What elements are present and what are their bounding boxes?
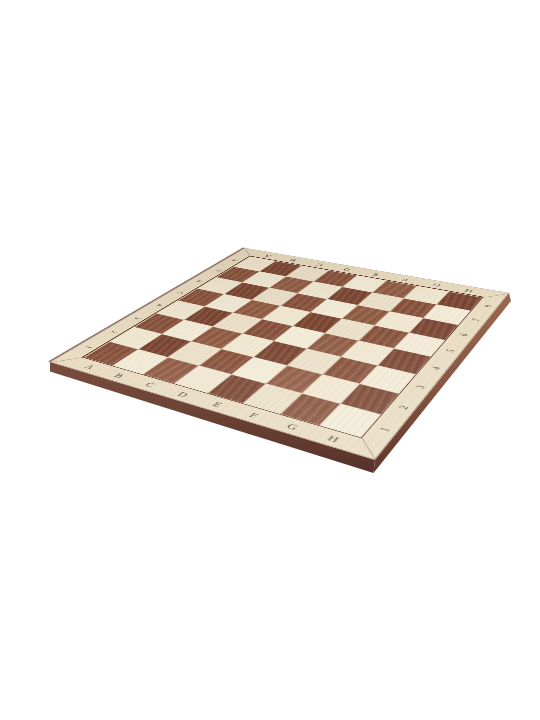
chessboard: ABCDEFGH ABCDEFGH 87654321 87654321	[50, 248, 509, 460]
coord-right-2: 2	[377, 396, 428, 418]
coord-right-1: 1	[358, 417, 412, 442]
coord-right-4: 4	[412, 359, 459, 378]
chessboard-product-photo: ABCDEFGH ABCDEFGH 87654321 87654321	[0, 0, 540, 720]
coord-right-3: 3	[395, 377, 444, 398]
coord-right-6: 6	[441, 327, 485, 343]
coord-right-5: 5	[427, 342, 473, 359]
border-miter-seam-top-right	[482, 293, 510, 297]
coord-right-7: 7	[454, 313, 496, 328]
coord-right-8: 8	[467, 299, 508, 313]
